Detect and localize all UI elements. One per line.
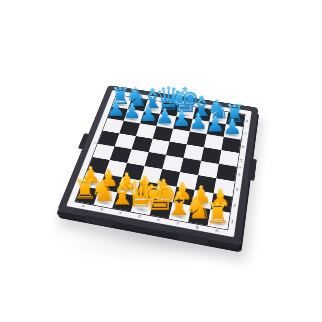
piece-contact-shadow: [211, 117, 226, 123]
square-e6[interactable]: [170, 129, 190, 145]
piece-contact-shadow: [146, 107, 160, 113]
square-c8[interactable]: ♝: [144, 100, 164, 114]
piece-blue-rook-h8[interactable]: ♜: [224, 102, 245, 125]
piece-blue-bishop-c8[interactable]: ♝: [140, 86, 165, 112]
square-d6[interactable]: [153, 126, 173, 141]
piece-contact-shadow: [225, 132, 240, 138]
square-h8[interactable]: ♜: [226, 112, 245, 127]
square-h1[interactable]: ♜: [208, 209, 230, 229]
square-c7[interactable]: ♟: [140, 111, 160, 126]
square-f8[interactable]: ♝: [193, 107, 212, 121]
square-h7[interactable]: ♟: [224, 124, 243, 139]
square-a6[interactable]: [103, 118, 124, 133]
square-b7[interactable]: ♟: [124, 109, 144, 124]
piece-contact-shadow: [162, 110, 176, 116]
square-g6[interactable]: [204, 134, 224, 150]
rank-label-8: 8: [243, 115, 251, 128]
piece-yellow-rook-h1[interactable]: ♜: [205, 200, 230, 227]
piece-contact-shadow: [228, 120, 243, 126]
piece-contact-shadow: [109, 114, 124, 120]
piece-contact-shadow: [178, 112, 192, 118]
piece-contact-shadow: [194, 115, 209, 121]
piece-contact-shadow: [158, 122, 173, 128]
square-b5[interactable]: [115, 133, 136, 149]
piece-contact-shadow: [142, 119, 157, 125]
square-e8[interactable]: ♚: [176, 105, 195, 119]
board-frame: ♜♞♝♛♚♝♞♜♟♟♟♟♟♟♟♟♟♟♟♟♟♟♟♟♜♞♝♛♚♝♞♜ abcdefg…: [57, 85, 259, 245]
square-b4[interactable]: [110, 146, 132, 163]
square-d7[interactable]: ♟: [156, 114, 176, 129]
piece-contact-shadow: [125, 117, 140, 123]
piece-blue-pawn-e7[interactable]: ♟: [172, 109, 191, 129]
piece-blue-pawn-a7[interactable]: ♟: [107, 99, 126, 119]
piece-blue-pawn-b7[interactable]: ♟: [123, 101, 142, 121]
piece-blue-queen-d8[interactable]: ♛: [154, 84, 183, 114]
piece-blue-pawn-f7[interactable]: ♟: [189, 111, 208, 131]
piece-contact-shadow: [130, 105, 144, 110]
rank-label-7: 7: [241, 127, 249, 141]
product-photo: ♜♞♝♛♚♝♞♜♟♟♟♟♟♟♟♟♟♟♟♟♟♟♟♟♜♞♝♛♚♝♞♜ abcdefg…: [0, 0, 322, 322]
piece-contact-shadow: [175, 124, 190, 130]
piece-blue-pawn-c7[interactable]: ♟: [139, 104, 158, 124]
chessboard: ♜♞♝♛♚♝♞♜♟♟♟♟♟♟♟♟♟♟♟♟♟♟♟♟♜♞♝♛♚♝♞♜ abcdefg…: [57, 85, 259, 245]
square-a8[interactable]: ♜: [112, 95, 132, 109]
square-d4[interactable]: [145, 152, 166, 169]
piece-blue-pawn-d7[interactable]: ♟: [156, 106, 175, 126]
square-a7[interactable]: ♟: [108, 106, 128, 120]
piece-blue-knight-b8[interactable]: ♞: [125, 84, 148, 109]
piece-blue-rook-a8[interactable]: ♜: [110, 85, 131, 107]
square-d5[interactable]: [149, 139, 170, 155]
square-b6[interactable]: [119, 121, 140, 136]
piece-contact-shadow: [114, 102, 128, 107]
piece-blue-king-e8[interactable]: ♚: [169, 84, 200, 117]
square-f7[interactable]: ♟: [190, 119, 210, 134]
square-c5[interactable]: [132, 136, 153, 152]
playing-surface: ♜♞♝♛♚♝♞♜♟♟♟♟♟♟♟♟♟♟♟♟♟♟♟♟♜♞♝♛♚♝♞♜ abcdefg…: [66, 90, 251, 237]
piece-blue-pawn-h7[interactable]: ♟: [223, 117, 242, 137]
square-f6[interactable]: [187, 131, 207, 147]
latch-foot-left: [84, 215, 115, 227]
perspective-scene: ♜♞♝♛♚♝♞♜♟♟♟♟♟♟♟♟♟♟♟♟♟♟♟♟♜♞♝♛♚♝♞♜ abcdefg…: [82, 71, 251, 240]
square-a4[interactable]: [93, 144, 115, 160]
square-e5[interactable]: [166, 142, 187, 158]
fold-hinge-right: [247, 158, 257, 181]
square-g8[interactable]: ♞: [209, 110, 228, 125]
piece-blue-pawn-g7[interactable]: ♟: [206, 114, 225, 134]
square-h5[interactable]: [219, 150, 239, 167]
square-g7[interactable]: ♟: [207, 122, 226, 137]
square-a5[interactable]: [98, 131, 119, 147]
piece-blue-bishop-f8[interactable]: ♝: [189, 93, 214, 119]
rank-label-6: 6: [239, 140, 248, 154]
piece-contact-shadow: [191, 127, 206, 133]
fold-hinge-left: [78, 133, 89, 149]
square-d8[interactable]: ♛: [160, 102, 179, 116]
piece-contact-shadow: [208, 130, 223, 136]
piece-blue-knight-g8[interactable]: ♞: [206, 97, 230, 122]
square-h6[interactable]: [221, 137, 241, 153]
square-c6[interactable]: [136, 124, 157, 139]
square-e7[interactable]: ♟: [173, 117, 193, 132]
rank-label-4: 4: [235, 167, 244, 183]
square-b8[interactable]: ♞: [128, 97, 148, 111]
